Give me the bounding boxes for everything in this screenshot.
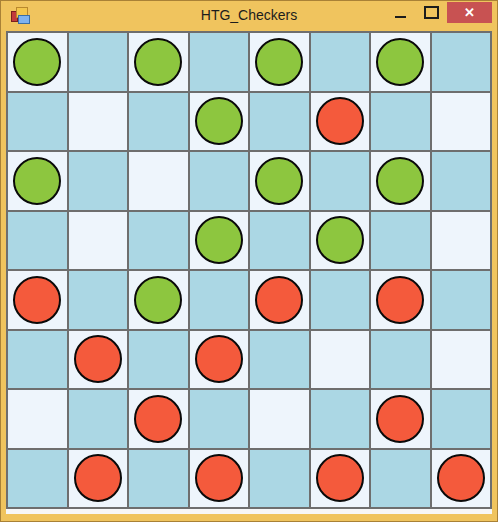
square-r5c3[interactable] <box>190 331 249 389</box>
close-button[interactable]: ✕ <box>447 2 492 23</box>
red-piece-r7c7[interactable] <box>437 454 485 502</box>
square-r4c1[interactable] <box>69 271 128 329</box>
square-r6c2[interactable] <box>129 390 188 448</box>
square-r2c0[interactable] <box>8 152 67 210</box>
square-r1c3[interactable] <box>190 93 249 151</box>
square-r2c7[interactable] <box>432 152 491 210</box>
green-piece-r0c0[interactable] <box>13 38 61 86</box>
square-r1c2[interactable] <box>129 93 188 151</box>
red-piece-r7c1[interactable] <box>74 454 122 502</box>
square-r3c7[interactable] <box>432 212 491 270</box>
square-r5c5[interactable] <box>311 331 370 389</box>
square-r4c5[interactable] <box>311 271 370 329</box>
minimize-icon <box>395 16 406 18</box>
square-r7c4[interactable] <box>250 450 309 508</box>
square-r0c1[interactable] <box>69 33 128 91</box>
square-r3c5[interactable] <box>311 212 370 270</box>
square-r5c0[interactable] <box>8 331 67 389</box>
square-r7c7[interactable] <box>432 450 491 508</box>
square-r2c3[interactable] <box>190 152 249 210</box>
square-r2c4[interactable] <box>250 152 309 210</box>
red-piece-r5c1[interactable] <box>74 335 122 383</box>
square-r1c4[interactable] <box>250 93 309 151</box>
square-r7c6[interactable] <box>371 450 430 508</box>
square-r7c2[interactable] <box>129 450 188 508</box>
square-r6c6[interactable] <box>371 390 430 448</box>
red-piece-r1c5[interactable] <box>316 97 364 145</box>
green-piece-r2c6[interactable] <box>376 157 424 205</box>
square-r4c2[interactable] <box>129 271 188 329</box>
square-r0c2[interactable] <box>129 33 188 91</box>
square-r5c1[interactable] <box>69 331 128 389</box>
square-r1c0[interactable] <box>8 93 67 151</box>
green-piece-r0c4[interactable] <box>255 38 303 86</box>
square-r0c3[interactable] <box>190 33 249 91</box>
square-r0c6[interactable] <box>371 33 430 91</box>
green-piece-r3c5[interactable] <box>316 216 364 264</box>
square-r3c3[interactable] <box>190 212 249 270</box>
square-r5c6[interactable] <box>371 331 430 389</box>
square-r4c3[interactable] <box>190 271 249 329</box>
square-r3c2[interactable] <box>129 212 188 270</box>
square-r0c4[interactable] <box>250 33 309 91</box>
square-r3c6[interactable] <box>371 212 430 270</box>
red-piece-r4c4[interactable] <box>255 276 303 324</box>
square-r3c4[interactable] <box>250 212 309 270</box>
red-piece-r4c6[interactable] <box>376 276 424 324</box>
square-r1c6[interactable] <box>371 93 430 151</box>
checkers-board <box>6 31 492 509</box>
square-r7c1[interactable] <box>69 450 128 508</box>
green-piece-r2c4[interactable] <box>255 157 303 205</box>
green-piece-r3c3[interactable] <box>195 216 243 264</box>
maximize-button[interactable] <box>416 2 447 23</box>
square-r6c7[interactable] <box>432 390 491 448</box>
square-r6c0[interactable] <box>8 390 67 448</box>
square-r7c5[interactable] <box>311 450 370 508</box>
red-piece-r4c0[interactable] <box>13 276 61 324</box>
square-r0c5[interactable] <box>311 33 370 91</box>
square-r6c1[interactable] <box>69 390 128 448</box>
square-r5c7[interactable] <box>432 331 491 389</box>
green-piece-r1c3[interactable] <box>195 97 243 145</box>
red-piece-r7c5[interactable] <box>316 454 364 502</box>
green-piece-r4c2[interactable] <box>134 276 182 324</box>
square-r0c7[interactable] <box>432 33 491 91</box>
square-r4c0[interactable] <box>8 271 67 329</box>
square-r3c0[interactable] <box>8 212 67 270</box>
square-r5c2[interactable] <box>129 331 188 389</box>
maximize-icon <box>424 6 439 19</box>
square-r3c1[interactable] <box>69 212 128 270</box>
square-r4c4[interactable] <box>250 271 309 329</box>
square-r1c5[interactable] <box>311 93 370 151</box>
square-r5c4[interactable] <box>250 331 309 389</box>
square-r6c3[interactable] <box>190 390 249 448</box>
square-r2c1[interactable] <box>69 152 128 210</box>
red-piece-r6c2[interactable] <box>134 395 182 443</box>
square-r6c5[interactable] <box>311 390 370 448</box>
square-r1c1[interactable] <box>69 93 128 151</box>
title-bar[interactable]: HTG_Checkers ✕ <box>1 1 497 30</box>
square-r2c2[interactable] <box>129 152 188 210</box>
green-piece-r0c2[interactable] <box>134 38 182 86</box>
square-r0c0[interactable] <box>8 33 67 91</box>
square-r2c5[interactable] <box>311 152 370 210</box>
square-r4c7[interactable] <box>432 271 491 329</box>
minimize-button[interactable] <box>385 2 416 23</box>
red-piece-r5c3[interactable] <box>195 335 243 383</box>
red-piece-r6c6[interactable] <box>376 395 424 443</box>
red-piece-r7c3[interactable] <box>195 454 243 502</box>
close-icon: ✕ <box>464 2 475 23</box>
square-r6c4[interactable] <box>250 390 309 448</box>
green-piece-r0c6[interactable] <box>376 38 424 86</box>
square-r4c6[interactable] <box>371 271 430 329</box>
window-controls: ✕ <box>385 2 492 23</box>
client-area <box>6 31 492 514</box>
square-r2c6[interactable] <box>371 152 430 210</box>
square-r7c0[interactable] <box>8 450 67 508</box>
app-window: HTG_Checkers ✕ <box>0 0 498 522</box>
square-r1c7[interactable] <box>432 93 491 151</box>
green-piece-r2c0[interactable] <box>13 157 61 205</box>
square-r7c3[interactable] <box>190 450 249 508</box>
